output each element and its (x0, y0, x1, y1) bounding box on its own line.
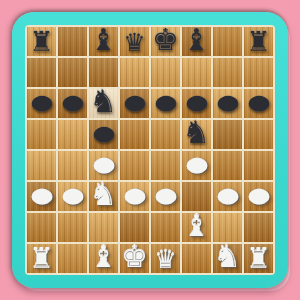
black-queen-piece: ♛ (123, 30, 145, 55)
icon-frame: ♜♝♛♚♝♜●●♞●●●●●●♞●●●●♞●●●●♝♜♝♚♛♞♜ (12, 12, 288, 288)
square-b3[interactable]: ● (58, 182, 87, 211)
black-pawn-piece: ● (247, 92, 271, 113)
black-bishop-piece: ♝ (183, 25, 210, 55)
square-a4[interactable] (27, 151, 56, 180)
square-d4[interactable] (120, 151, 149, 180)
black-rook-piece: ♜ (29, 28, 53, 55)
square-a1[interactable]: ♜ (27, 244, 56, 273)
square-b2[interactable] (58, 213, 87, 242)
square-f8[interactable]: ♝ (182, 27, 211, 56)
square-g8[interactable] (213, 27, 242, 56)
square-g3[interactable]: ● (213, 182, 242, 211)
square-h2[interactable] (244, 213, 273, 242)
square-h8[interactable]: ♜ (244, 27, 273, 56)
black-knight-piece: ♞ (90, 86, 118, 117)
square-d3[interactable]: ● (120, 182, 149, 211)
square-b5[interactable] (58, 120, 87, 149)
square-c4[interactable]: ● (89, 151, 118, 180)
makruk-board: ♜♝♛♚♝♜●●♞●●●●●●♞●●●●♞●●●●♝♜♝♚♛♞♜ (25, 25, 275, 275)
black-knight-piece: ♞ (183, 117, 211, 148)
square-f3[interactable] (182, 182, 211, 211)
square-c2[interactable] (89, 213, 118, 242)
square-h3[interactable]: ● (244, 182, 273, 211)
white-knight-piece: ♞ (214, 241, 242, 272)
black-pawn-piece: ● (154, 92, 178, 113)
square-c3[interactable]: ♞ (89, 182, 118, 211)
white-king-piece: ♚ (121, 242, 148, 272)
square-e3[interactable]: ● (151, 182, 180, 211)
square-h7[interactable] (244, 58, 273, 87)
square-h6[interactable]: ● (244, 89, 273, 118)
white-knight-piece: ♞ (90, 179, 118, 210)
square-e7[interactable] (151, 58, 180, 87)
square-g2[interactable] (213, 213, 242, 242)
square-a5[interactable] (27, 120, 56, 149)
square-d7[interactable] (120, 58, 149, 87)
white-queen-piece: ♛ (154, 247, 176, 272)
black-pawn-piece: ● (123, 92, 147, 113)
square-c5[interactable]: ● (89, 120, 118, 149)
square-f4[interactable]: ● (182, 151, 211, 180)
white-pawn-piece: ● (216, 185, 240, 206)
white-pawn-piece: ● (123, 185, 147, 206)
square-a6[interactable]: ● (27, 89, 56, 118)
square-g7[interactable] (213, 58, 242, 87)
white-pawn-piece: ● (185, 154, 209, 175)
square-d5[interactable] (120, 120, 149, 149)
square-a8[interactable]: ♜ (27, 27, 56, 56)
square-c7[interactable] (89, 58, 118, 87)
square-c8[interactable]: ♝ (89, 27, 118, 56)
white-pawn-piece: ● (247, 185, 271, 206)
white-rook-piece: ♜ (246, 245, 270, 272)
square-e1[interactable]: ♛ (151, 244, 180, 273)
square-g5[interactable] (213, 120, 242, 149)
black-pawn-piece: ● (92, 123, 116, 144)
square-c1[interactable]: ♝ (89, 244, 118, 273)
black-pawn-piece: ● (30, 92, 54, 113)
square-b7[interactable] (58, 58, 87, 87)
black-bishop-piece: ♝ (90, 25, 117, 55)
square-e5[interactable] (151, 120, 180, 149)
black-king-piece: ♚ (152, 25, 179, 55)
square-d8[interactable]: ♛ (120, 27, 149, 56)
black-pawn-piece: ● (216, 92, 240, 113)
square-d2[interactable] (120, 213, 149, 242)
square-f6[interactable]: ● (182, 89, 211, 118)
square-f2[interactable]: ♝ (182, 213, 211, 242)
black-pawn-piece: ● (185, 92, 209, 113)
square-h5[interactable] (244, 120, 273, 149)
square-b1[interactable] (58, 244, 87, 273)
white-pawn-piece: ● (61, 185, 85, 206)
white-pawn-piece: ● (30, 185, 54, 206)
square-f1[interactable] (182, 244, 211, 273)
square-h4[interactable] (244, 151, 273, 180)
square-f5[interactable]: ♞ (182, 120, 211, 149)
square-a2[interactable] (27, 213, 56, 242)
white-pawn-piece: ● (92, 154, 116, 175)
square-a3[interactable]: ● (27, 182, 56, 211)
square-a7[interactable] (27, 58, 56, 87)
square-d6[interactable]: ● (120, 89, 149, 118)
black-rook-piece: ♜ (246, 28, 270, 55)
square-b4[interactable] (58, 151, 87, 180)
square-g6[interactable]: ● (213, 89, 242, 118)
square-b8[interactable] (58, 27, 87, 56)
square-f7[interactable] (182, 58, 211, 87)
white-bishop-piece: ♝ (90, 242, 117, 272)
square-g4[interactable] (213, 151, 242, 180)
square-b6[interactable]: ● (58, 89, 87, 118)
square-d1[interactable]: ♚ (120, 244, 149, 273)
square-h1[interactable]: ♜ (244, 244, 273, 273)
white-pawn-piece: ● (154, 185, 178, 206)
white-rook-piece: ♜ (29, 245, 53, 272)
square-e8[interactable]: ♚ (151, 27, 180, 56)
square-e2[interactable] (151, 213, 180, 242)
square-e4[interactable] (151, 151, 180, 180)
app-icon: ♜♝♛♚♝♜●●♞●●●●●●♞●●●●♞●●●●♝♜♝♚♛♞♜ (0, 0, 300, 300)
square-e6[interactable]: ● (151, 89, 180, 118)
square-c6[interactable]: ♞ (89, 89, 118, 118)
black-pawn-piece: ● (61, 92, 85, 113)
square-g1[interactable]: ♞ (213, 244, 242, 273)
white-bishop-piece: ♝ (183, 211, 210, 241)
